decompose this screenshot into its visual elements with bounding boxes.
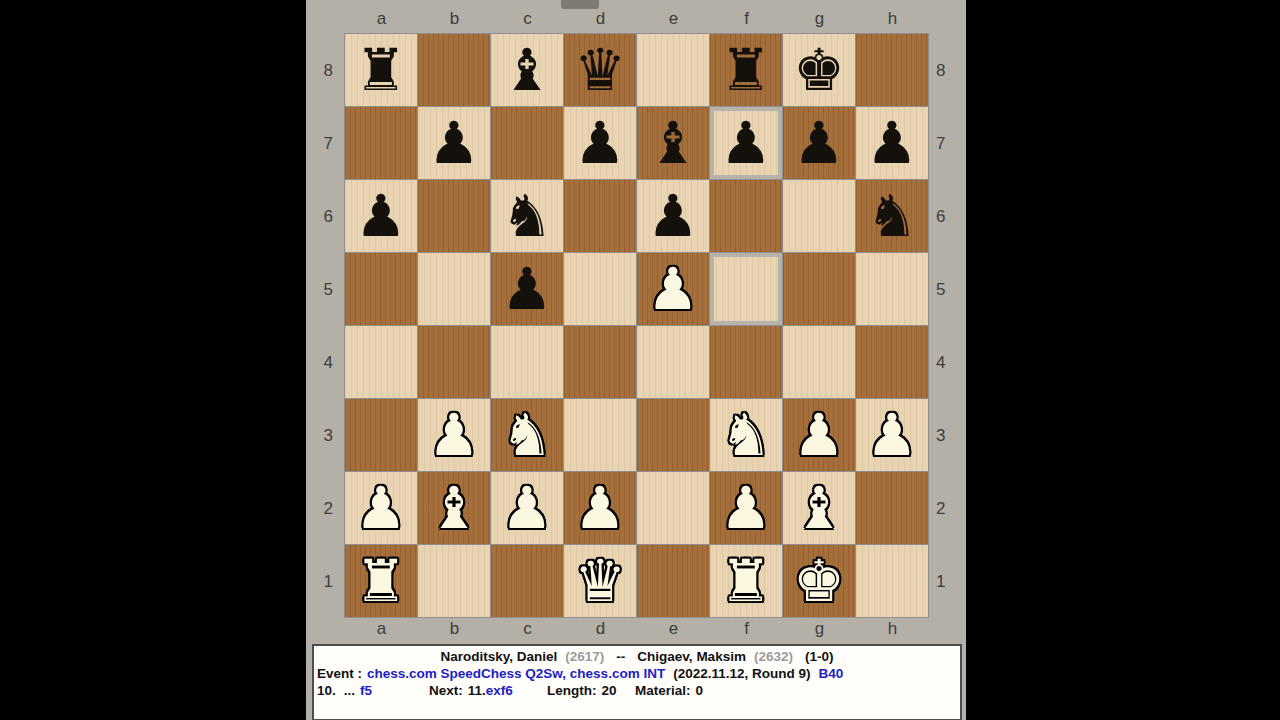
square-b4[interactable] — [418, 326, 490, 398]
square-d7[interactable]: ♟ — [564, 107, 636, 179]
square-a2[interactable]: ♟ — [345, 472, 417, 544]
current-move-segment: 10....f5 — [317, 682, 429, 699]
black-player-rating: (2632) — [754, 649, 793, 664]
square-h7[interactable]: ♟ — [856, 107, 928, 179]
move-number: 10. — [317, 683, 336, 698]
square-c1[interactable] — [491, 545, 563, 617]
eco-code-link[interactable]: B40 — [818, 666, 843, 681]
piece-white-king[interactable]: ♚ — [793, 545, 845, 617]
square-a1[interactable]: ♜ — [345, 545, 417, 617]
piece-white-bishop[interactable]: ♝ — [793, 472, 845, 544]
square-a5[interactable] — [345, 253, 417, 325]
square-d3[interactable] — [564, 399, 636, 471]
white-player-rating: (2617) — [565, 649, 604, 664]
square-e2[interactable] — [637, 472, 709, 544]
piece-black-pawn[interactable]: ♟ — [428, 107, 480, 179]
event-name-link[interactable]: chess.com SpeedChess Q2Sw, chess.com INT — [367, 666, 665, 681]
piece-white-pawn[interactable]: ♟ — [720, 472, 772, 544]
chess-board[interactable]: ♜♝♛♜♚♟♟♝♟♟♟♟♞♟♞♟♟♟♞♞♟♟♟♝♟♟♟♝♜♛♜♚ — [344, 33, 929, 618]
piece-white-rook[interactable]: ♜ — [355, 545, 407, 617]
square-f3[interactable]: ♞ — [710, 399, 782, 471]
square-g3[interactable]: ♟ — [783, 399, 855, 471]
square-g7[interactable]: ♟ — [783, 107, 855, 179]
square-e1[interactable] — [637, 545, 709, 617]
square-b8[interactable] — [418, 34, 490, 106]
square-h2[interactable] — [856, 472, 928, 544]
length-segment: Length:20 — [547, 682, 635, 699]
file-label-top-a: a — [345, 9, 418, 29]
piece-white-rook[interactable]: ♜ — [720, 545, 772, 617]
piece-black-pawn[interactable]: ♟ — [647, 180, 699, 252]
file-labels-bottom: abcdefgh — [345, 619, 929, 639]
length-value: 20 — [602, 683, 617, 698]
file-label-top-f: f — [710, 9, 783, 29]
event-label: Event : — [317, 666, 362, 681]
material-value: 0 — [696, 683, 704, 698]
piece-black-pawn[interactable]: ♟ — [501, 253, 553, 325]
rank-label-right-7: 7 — [931, 134, 945, 154]
piece-black-rook[interactable]: ♜ — [355, 34, 407, 106]
move-dots: ... — [344, 683, 355, 698]
file-label-bottom-h: h — [856, 619, 929, 639]
file-label-bottom-f: f — [710, 619, 783, 639]
material-label: Material: — [635, 683, 691, 698]
piece-white-pawn[interactable]: ♟ — [793, 399, 845, 471]
square-h8[interactable] — [856, 34, 928, 106]
square-d2[interactable]: ♟ — [564, 472, 636, 544]
piece-black-pawn[interactable]: ♟ — [720, 107, 772, 179]
piece-white-queen[interactable]: ♛ — [574, 545, 626, 617]
move-line: 10....f5Next:11.exf6Length:20Material:0 — [317, 682, 957, 699]
file-label-bottom-g: g — [783, 619, 856, 639]
piece-black-bishop[interactable]: ♝ — [501, 34, 553, 106]
square-c3[interactable]: ♞ — [491, 399, 563, 471]
square-e8[interactable] — [637, 34, 709, 106]
square-d5[interactable] — [564, 253, 636, 325]
players-line: Naroditsky, Daniel(2617)--Chigaev, Maksi… — [317, 648, 957, 665]
square-a8[interactable]: ♜ — [345, 34, 417, 106]
rank-label-left-6: 6 — [324, 207, 338, 227]
piece-black-king[interactable]: ♚ — [793, 34, 845, 106]
square-f7[interactable]: ♟ — [710, 107, 782, 179]
video-frame: abcdefgh ♜♝♛♜♚♟♟♝♟♟♟♟♞♟♞♟♟♟♞♞♟♟♟♝♟♟♟♝♜♛♜… — [306, 0, 966, 720]
rank-label-left-7: 7 — [324, 134, 338, 154]
square-d4[interactable] — [564, 326, 636, 398]
square-g5[interactable] — [783, 253, 855, 325]
file-label-top-g: g — [783, 9, 856, 29]
event-date-round: (2022.11.12, Round 9) — [673, 666, 810, 681]
square-a4[interactable] — [345, 326, 417, 398]
piece-white-pawn[interactable]: ♟ — [647, 253, 699, 325]
piece-white-pawn[interactable]: ♟ — [501, 472, 553, 544]
players-separator: -- — [616, 649, 625, 664]
piece-black-pawn[interactable]: ♟ — [574, 107, 626, 179]
file-label-bottom-b: b — [418, 619, 491, 639]
square-h1[interactable] — [856, 545, 928, 617]
game-result: (1-0) — [805, 649, 834, 664]
rank-label-right-2: 2 — [931, 499, 945, 519]
square-h5[interactable] — [856, 253, 928, 325]
piece-white-pawn[interactable]: ♟ — [355, 472, 407, 544]
square-c4[interactable] — [491, 326, 563, 398]
piece-black-rook[interactable]: ♜ — [720, 34, 772, 106]
square-g8[interactable]: ♚ — [783, 34, 855, 106]
square-h3[interactable]: ♟ — [856, 399, 928, 471]
square-g2[interactable]: ♝ — [783, 472, 855, 544]
piece-black-pawn[interactable]: ♟ — [793, 107, 845, 179]
rank-label-right-5: 5 — [931, 280, 945, 300]
next-move-san-link[interactable]: exf6 — [486, 683, 513, 698]
square-a7[interactable] — [345, 107, 417, 179]
square-g1[interactable]: ♚ — [783, 545, 855, 617]
rank-label-left-8: 8 — [324, 61, 338, 81]
piece-white-knight[interactable]: ♞ — [720, 399, 772, 471]
square-e5[interactable]: ♟ — [637, 253, 709, 325]
square-b7[interactable]: ♟ — [418, 107, 490, 179]
square-f5[interactable] — [710, 253, 782, 325]
file-labels-top: abcdefgh — [345, 9, 929, 29]
square-c5[interactable]: ♟ — [491, 253, 563, 325]
rank-label-right-4: 4 — [931, 353, 945, 373]
square-f1[interactable]: ♜ — [710, 545, 782, 617]
piece-black-pawn[interactable]: ♟ — [866, 107, 918, 179]
file-label-top-b: b — [418, 9, 491, 29]
square-h4[interactable] — [856, 326, 928, 398]
square-b2[interactable]: ♝ — [418, 472, 490, 544]
piece-black-pawn[interactable]: ♟ — [355, 180, 407, 252]
square-a3[interactable] — [345, 399, 417, 471]
square-f6[interactable] — [710, 180, 782, 252]
material-segment: Material:0 — [635, 683, 703, 698]
rank-label-right-1: 1 — [931, 572, 945, 592]
rank-label-left-4: 4 — [324, 353, 338, 373]
piece-white-bishop[interactable]: ♝ — [428, 472, 480, 544]
square-c6[interactable]: ♞ — [491, 180, 563, 252]
video-watermark-smudge — [561, 0, 599, 9]
piece-white-knight[interactable]: ♞ — [501, 399, 553, 471]
rank-label-left-5: 5 — [324, 280, 338, 300]
square-h6[interactable]: ♞ — [856, 180, 928, 252]
square-b5[interactable] — [418, 253, 490, 325]
square-c7[interactable] — [491, 107, 563, 179]
file-label-bottom-e: e — [637, 619, 710, 639]
piece-white-pawn[interactable]: ♟ — [574, 472, 626, 544]
square-f4[interactable] — [710, 326, 782, 398]
rank-label-left-1: 1 — [324, 572, 338, 592]
rank-label-right-6: 6 — [931, 207, 945, 227]
square-d8[interactable]: ♛ — [564, 34, 636, 106]
square-d1[interactable]: ♛ — [564, 545, 636, 617]
next-label: Next: — [429, 683, 463, 698]
square-e3[interactable] — [637, 399, 709, 471]
square-b3[interactable]: ♟ — [418, 399, 490, 471]
white-player-name: Naroditsky, Daniel — [441, 649, 558, 664]
file-label-top-e: e — [637, 9, 710, 29]
square-e6[interactable]: ♟ — [637, 180, 709, 252]
rank-label-right-8: 8 — [931, 61, 945, 81]
square-f2[interactable]: ♟ — [710, 472, 782, 544]
piece-black-knight[interactable]: ♞ — [866, 180, 918, 252]
rank-label-left-3: 3 — [324, 426, 338, 446]
next-move-number: 11. — [468, 683, 486, 698]
piece-white-pawn[interactable]: ♟ — [428, 399, 480, 471]
square-a6[interactable]: ♟ — [345, 180, 417, 252]
rank-label-right-3: 3 — [931, 426, 945, 446]
next-move-segment: Next:11.exf6 — [429, 682, 547, 699]
square-e4[interactable] — [637, 326, 709, 398]
rank-label-left-2: 2 — [324, 499, 338, 519]
rank-labels-right: 87654321 — [931, 34, 961, 618]
square-e7[interactable]: ♝ — [637, 107, 709, 179]
square-c2[interactable]: ♟ — [491, 472, 563, 544]
file-label-bottom-a: a — [345, 619, 418, 639]
square-b1[interactable] — [418, 545, 490, 617]
file-label-top-d: d — [564, 9, 637, 29]
event-line: Event :chess.com SpeedChess Q2Sw, chess.… — [317, 665, 957, 682]
piece-black-queen[interactable]: ♛ — [574, 34, 626, 106]
move-san-link[interactable]: f5 — [360, 683, 372, 698]
black-player-name: Chigaev, Maksim — [637, 649, 746, 664]
rank-labels-left: 87654321 — [308, 34, 338, 618]
piece-black-bishop[interactable]: ♝ — [647, 107, 699, 179]
piece-white-pawn[interactable]: ♟ — [866, 399, 918, 471]
file-label-top-h: h — [856, 9, 929, 29]
square-d6[interactable] — [564, 180, 636, 252]
file-label-bottom-c: c — [491, 619, 564, 639]
square-b6[interactable] — [418, 180, 490, 252]
square-c8[interactable]: ♝ — [491, 34, 563, 106]
square-f8[interactable]: ♜ — [710, 34, 782, 106]
file-label-top-c: c — [491, 9, 564, 29]
square-g4[interactable] — [783, 326, 855, 398]
piece-black-knight[interactable]: ♞ — [501, 180, 553, 252]
square-g6[interactable] — [783, 180, 855, 252]
length-label: Length: — [547, 683, 597, 698]
game-info-panel: Naroditsky, Daniel(2617)--Chigaev, Maksi… — [312, 644, 962, 720]
file-label-bottom-d: d — [564, 619, 637, 639]
